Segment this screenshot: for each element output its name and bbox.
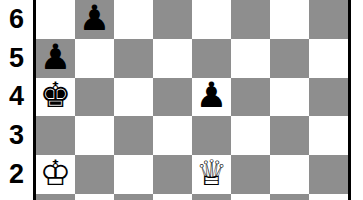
square-f2[interactable] — [231, 155, 270, 194]
piece-black-king-a4[interactable]: ♚ — [40, 78, 71, 113]
rank-label-3: 3 — [0, 116, 33, 155]
square-e2[interactable]: ♕ — [192, 155, 231, 194]
square-e1[interactable] — [192, 194, 231, 200]
square-g4[interactable] — [270, 78, 309, 117]
square-g3[interactable] — [270, 116, 309, 155]
square-c2[interactable] — [114, 155, 153, 194]
square-a6[interactable] — [36, 0, 75, 39]
square-f3[interactable] — [231, 116, 270, 155]
piece-black-pawn-e4[interactable]: ♟ — [196, 78, 227, 113]
square-g1[interactable] — [270, 194, 309, 200]
square-e4[interactable]: ♟ — [192, 78, 231, 117]
square-d6[interactable] — [153, 0, 192, 39]
square-c5[interactable] — [114, 39, 153, 78]
square-d1[interactable] — [153, 194, 192, 200]
square-h4[interactable] — [309, 78, 348, 117]
rank-label-4: 4 — [0, 78, 33, 117]
square-a5[interactable]: ♟ — [36, 39, 75, 78]
square-b4[interactable] — [75, 78, 114, 117]
square-f4[interactable] — [231, 78, 270, 117]
square-c1[interactable] — [114, 194, 153, 200]
square-d3[interactable] — [153, 116, 192, 155]
square-f5[interactable] — [231, 39, 270, 78]
square-d5[interactable] — [153, 39, 192, 78]
square-h2[interactable] — [309, 155, 348, 194]
rank-label-2: 2 — [0, 155, 33, 194]
rank-label-6: 6 — [0, 0, 33, 39]
square-e3[interactable] — [192, 116, 231, 155]
piece-black-pawn-b6[interactable]: ♟ — [79, 1, 110, 36]
square-d2[interactable] — [153, 155, 192, 194]
square-c6[interactable] — [114, 0, 153, 39]
square-h5[interactable] — [309, 39, 348, 78]
square-a1[interactable] — [36, 194, 75, 200]
square-b3[interactable] — [75, 116, 114, 155]
square-h3[interactable] — [309, 116, 348, 155]
square-a3[interactable] — [36, 116, 75, 155]
chess-board: ♟♟♚♟♔♕ — [33, 0, 351, 200]
piece-black-pawn-a5[interactable]: ♟ — [40, 40, 71, 75]
square-h1[interactable] — [309, 194, 348, 200]
square-f1[interactable] — [231, 194, 270, 200]
piece-white-king-a2[interactable]: ♔ — [40, 156, 71, 191]
square-e6[interactable] — [192, 0, 231, 39]
square-c4[interactable] — [114, 78, 153, 117]
square-g2[interactable] — [270, 155, 309, 194]
chess-diagram: 6 5 4 3 2 ♟♟♚♟♔♕ — [0, 0, 363, 200]
square-g6[interactable] — [270, 0, 309, 39]
square-f6[interactable] — [231, 0, 270, 39]
square-h6[interactable] — [309, 0, 348, 39]
square-b6[interactable]: ♟ — [75, 0, 114, 39]
square-e5[interactable] — [192, 39, 231, 78]
square-a2[interactable]: ♔ — [36, 155, 75, 194]
square-b2[interactable] — [75, 155, 114, 194]
piece-white-queen-e2[interactable]: ♕ — [196, 156, 227, 191]
square-g5[interactable] — [270, 39, 309, 78]
square-b5[interactable] — [75, 39, 114, 78]
square-c3[interactable] — [114, 116, 153, 155]
square-b1[interactable] — [75, 194, 114, 200]
rank-label-5: 5 — [0, 39, 33, 78]
square-d4[interactable] — [153, 78, 192, 117]
rank-labels: 6 5 4 3 2 — [0, 0, 33, 200]
square-a4[interactable]: ♚ — [36, 78, 75, 117]
